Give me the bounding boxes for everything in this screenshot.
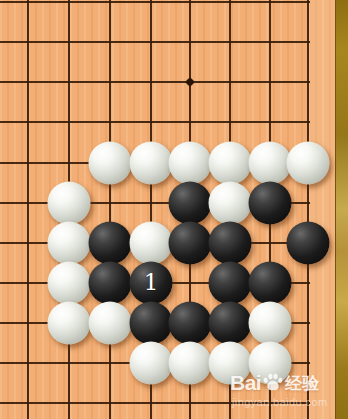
white-stone-c1-r6 [48,222,91,265]
watermark-brand-row: Bai 经验 [230,371,327,395]
white-stone-c5-r4 [209,142,252,185]
board-side-gold-strip [335,0,348,419]
grid-line-horizontal-1 [0,41,310,43]
grid-line-horizontal-2 [0,81,310,83]
baidu-paw-icon [262,372,284,394]
black-stone-c4-r5 [169,182,212,225]
grid-line-vertical-0 [27,0,29,419]
white-stone-c6-r4 [249,142,292,185]
grid-line-vertical-2 [109,0,111,419]
black-stone-c2-r7 [89,262,132,305]
white-stone-c1-r7 [48,262,91,305]
grid-line-horizontal-3 [0,121,310,123]
black-stone-c5-r7 [209,262,252,305]
grid-line-horizontal-0 [0,1,310,3]
white-stone-c2-r4 [89,142,132,185]
go-board-screenshot: Bai 经验 jingyan.baidu.com 1 [0,0,348,419]
black-stone-c3-r8 [130,302,173,345]
black-stone-c4-r6 [169,222,212,265]
go-board: Bai 经验 jingyan.baidu.com 1 [0,0,348,419]
white-stone-c1-r8 [48,302,91,345]
black-stone-c2-r6 [89,222,132,265]
black-stone-c7-r6 [287,222,330,265]
black-stone-c3-r7: 1 [130,262,173,305]
white-stone-c4-r4 [169,142,212,185]
watermark-brand-text: Bai [230,371,261,395]
board-edge-margin [309,0,335,419]
white-stone-c3-r9 [130,342,173,385]
white-stone-c5-r5 [209,182,252,225]
baidu-jingyan-watermark: Bai 经验 jingyan.baidu.com [230,371,327,408]
white-stone-c1-r5 [48,182,91,225]
white-stone-c2-r8 [89,302,132,345]
white-stone-c4-r9 [169,342,212,385]
black-stone-c6-r7 [249,262,292,305]
black-stone-c6-r5 [249,182,292,225]
grid-line-vertical-7 [307,0,309,419]
watermark-brand-suffix: 经验 [285,372,319,395]
watermark-url: jingyan.baidu.com [232,396,327,408]
black-stone-c4-r8 [169,302,212,345]
star-point [185,77,195,87]
black-stone-c5-r6 [209,222,252,265]
white-stone-c3-r4 [130,142,173,185]
white-stone-c3-r6 [130,222,173,265]
white-stone-c7-r4 [287,142,330,185]
move-number-label: 1 [144,271,159,294]
white-stone-c6-r8 [249,302,292,345]
black-stone-c5-r8 [209,302,252,345]
